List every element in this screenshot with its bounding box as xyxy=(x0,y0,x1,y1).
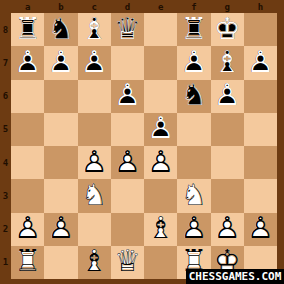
square-d3[interactable] xyxy=(111,179,144,212)
black-pawn[interactable]: ♟♙ xyxy=(111,80,144,113)
piece-glyph-outline: ♙ xyxy=(44,213,77,243)
piece-glyph-outline: ♙ xyxy=(144,146,177,176)
square-c4[interactable]: ♟♙ xyxy=(78,146,111,179)
square-c6[interactable] xyxy=(78,80,111,113)
piece-glyph-outline: ♗ xyxy=(144,213,177,243)
piece-glyph-outline: ♙ xyxy=(78,47,111,77)
square-c1[interactable]: ♝♗ xyxy=(78,246,111,279)
square-d2[interactable] xyxy=(111,213,144,246)
square-a3[interactable] xyxy=(11,179,44,212)
square-d7[interactable] xyxy=(111,46,144,79)
piece-glyph-outline: ♖ xyxy=(177,13,210,43)
square-e1[interactable] xyxy=(144,246,177,279)
black-rook[interactable]: ♜♖ xyxy=(177,13,210,46)
square-h4[interactable] xyxy=(244,146,277,179)
piece-glyph-outline: ♙ xyxy=(144,113,177,143)
rank-label-7: 7 xyxy=(0,46,11,79)
black-knight[interactable]: ♞♘ xyxy=(177,80,210,113)
piece-glyph-outline: ♘ xyxy=(177,80,210,110)
rank-label-2: 2 xyxy=(0,213,11,246)
piece-glyph-outline: ♗ xyxy=(78,13,111,43)
rank-label-4: 4 xyxy=(0,146,11,179)
square-d4[interactable]: ♟♙ xyxy=(111,146,144,179)
square-c3[interactable]: ♞♘ xyxy=(78,179,111,212)
square-h2[interactable]: ♟♙ xyxy=(244,213,277,246)
rank-label-1: 1 xyxy=(0,246,11,279)
black-pawn[interactable]: ♟♙ xyxy=(144,113,177,146)
chess-board: ♜♖♞♘♝♗♛♕♜♖♚♔♟♙♟♙♟♙♟♙♝♗♟♙♟♙♞♘♟♙♟♙♟♙♟♙♟♙♞♘… xyxy=(11,13,277,279)
piece-glyph-outline: ♕ xyxy=(111,246,144,276)
piece-glyph-outline: ♘ xyxy=(78,180,111,210)
brand-bar: CHESSGAMES.COM xyxy=(186,269,284,284)
square-c7[interactable]: ♟♙ xyxy=(78,46,111,79)
black-pawn[interactable]: ♟♙ xyxy=(11,46,44,79)
square-b8[interactable]: ♞♘ xyxy=(44,13,77,46)
piece-glyph-outline: ♖ xyxy=(11,13,44,43)
piece-glyph-outline: ♙ xyxy=(44,47,77,77)
black-pawn[interactable]: ♟♙ xyxy=(211,80,244,113)
square-d6[interactable]: ♟♙ xyxy=(111,80,144,113)
white-pawn[interactable]: ♟♙ xyxy=(11,213,44,246)
piece-glyph-outline: ♘ xyxy=(177,180,210,210)
square-b2[interactable]: ♟♙ xyxy=(44,213,77,246)
black-rook[interactable]: ♜♖ xyxy=(11,13,44,46)
square-g2[interactable]: ♟♙ xyxy=(211,213,244,246)
square-a6[interactable] xyxy=(11,80,44,113)
square-f5[interactable] xyxy=(177,113,210,146)
square-e5[interactable]: ♟♙ xyxy=(144,113,177,146)
square-a2[interactable]: ♟♙ xyxy=(11,213,44,246)
piece-glyph-outline: ♙ xyxy=(11,213,44,243)
square-b3[interactable] xyxy=(44,179,77,212)
piece-glyph-outline: ♔ xyxy=(211,13,244,43)
white-pawn[interactable]: ♟♙ xyxy=(44,213,77,246)
black-bishop[interactable]: ♝♗ xyxy=(78,13,111,46)
black-pawn[interactable]: ♟♙ xyxy=(44,46,77,79)
square-f6[interactable]: ♞♘ xyxy=(177,80,210,113)
white-bishop[interactable]: ♝♗ xyxy=(78,246,111,279)
file-label-e: e xyxy=(144,0,177,13)
piece-glyph-outline: ♙ xyxy=(111,146,144,176)
white-knight[interactable]: ♞♘ xyxy=(78,179,111,212)
file-label-h: h xyxy=(244,0,277,13)
piece-glyph-outline: ♙ xyxy=(11,47,44,77)
square-c8[interactable]: ♝♗ xyxy=(78,13,111,46)
square-d8[interactable]: ♛♕ xyxy=(111,13,144,46)
square-f2[interactable]: ♟♙ xyxy=(177,213,210,246)
rank-labels: 87654321 xyxy=(0,13,11,279)
brand-label: CHESSGAMES.COM xyxy=(189,270,282,283)
square-h3[interactable] xyxy=(244,179,277,212)
square-a4[interactable] xyxy=(11,146,44,179)
black-pawn[interactable]: ♟♙ xyxy=(78,46,111,79)
piece-glyph-outline: ♕ xyxy=(111,13,144,43)
piece-glyph-outline: ♙ xyxy=(111,80,144,110)
square-b7[interactable]: ♟♙ xyxy=(44,46,77,79)
piece-glyph-outline: ♗ xyxy=(211,47,244,77)
square-f4[interactable] xyxy=(177,146,210,179)
square-h6[interactable] xyxy=(244,80,277,113)
piece-glyph-outline: ♙ xyxy=(211,80,244,110)
white-pawn[interactable]: ♟♙ xyxy=(144,146,177,179)
square-e3[interactable] xyxy=(144,179,177,212)
piece-glyph-outline: ♙ xyxy=(177,47,210,77)
white-bishop[interactable]: ♝♗ xyxy=(144,213,177,246)
square-b5[interactable] xyxy=(44,113,77,146)
square-c5[interactable] xyxy=(78,113,111,146)
square-a1[interactable]: ♜♖ xyxy=(11,246,44,279)
black-king[interactable]: ♚♔ xyxy=(211,13,244,46)
piece-glyph-outline: ♙ xyxy=(177,213,210,243)
square-e2[interactable]: ♝♗ xyxy=(144,213,177,246)
square-g6[interactable]: ♟♙ xyxy=(211,80,244,113)
black-pawn[interactable]: ♟♙ xyxy=(177,46,210,79)
square-b4[interactable] xyxy=(44,146,77,179)
square-g8[interactable]: ♚♔ xyxy=(211,13,244,46)
white-pawn[interactable]: ♟♙ xyxy=(244,213,277,246)
square-d5[interactable] xyxy=(111,113,144,146)
piece-glyph-outline: ♗ xyxy=(78,246,111,276)
white-rook[interactable]: ♜♖ xyxy=(11,246,44,279)
square-g7[interactable]: ♝♗ xyxy=(211,46,244,79)
piece-glyph-outline: ♙ xyxy=(244,213,277,243)
square-b1[interactable] xyxy=(44,246,77,279)
square-a8[interactable]: ♜♖ xyxy=(11,13,44,46)
square-g5[interactable] xyxy=(211,113,244,146)
square-e6[interactable] xyxy=(144,80,177,113)
black-pawn[interactable]: ♟♙ xyxy=(244,46,277,79)
black-bishop[interactable]: ♝♗ xyxy=(211,46,244,79)
piece-glyph-outline: ♙ xyxy=(78,146,111,176)
rank-label-6: 6 xyxy=(0,80,11,113)
square-g3[interactable] xyxy=(211,179,244,212)
square-h8[interactable] xyxy=(244,13,277,46)
rank-label-5: 5 xyxy=(0,113,11,146)
square-f3[interactable]: ♞♘ xyxy=(177,179,210,212)
white-pawn[interactable]: ♟♙ xyxy=(78,146,111,179)
square-f8[interactable]: ♜♖ xyxy=(177,13,210,46)
white-knight[interactable]: ♞♘ xyxy=(177,179,210,212)
white-pawn[interactable]: ♟♙ xyxy=(177,213,210,246)
piece-glyph-outline: ♘ xyxy=(44,13,77,43)
piece-glyph-outline: ♖ xyxy=(11,246,44,276)
square-a7[interactable]: ♟♙ xyxy=(11,46,44,79)
square-a5[interactable] xyxy=(11,113,44,146)
square-h7[interactable]: ♟♙ xyxy=(244,46,277,79)
square-g4[interactable] xyxy=(211,146,244,179)
piece-glyph-outline: ♙ xyxy=(211,213,244,243)
black-queen[interactable]: ♛♕ xyxy=(111,13,144,46)
rank-label-3: 3 xyxy=(0,179,11,212)
square-c2[interactable] xyxy=(78,213,111,246)
piece-glyph-outline: ♙ xyxy=(244,47,277,77)
black-knight[interactable]: ♞♘ xyxy=(44,13,77,46)
square-f7[interactable]: ♟♙ xyxy=(177,46,210,79)
square-e7[interactable] xyxy=(144,46,177,79)
chessboard-frame: abcdefgh 87654321 ♜♖♞♘♝♗♛♕♜♖♚♔♟♙♟♙♟♙♟♙♝♗… xyxy=(0,0,284,284)
square-b6[interactable] xyxy=(44,80,77,113)
square-h5[interactable] xyxy=(244,113,277,146)
square-e8[interactable] xyxy=(144,13,177,46)
rank-label-8: 8 xyxy=(0,13,11,46)
square-d1[interactable]: ♛♕ xyxy=(111,246,144,279)
white-queen[interactable]: ♛♕ xyxy=(111,246,144,279)
white-pawn[interactable]: ♟♙ xyxy=(111,146,144,179)
white-pawn[interactable]: ♟♙ xyxy=(211,213,244,246)
square-e4[interactable]: ♟♙ xyxy=(144,146,177,179)
